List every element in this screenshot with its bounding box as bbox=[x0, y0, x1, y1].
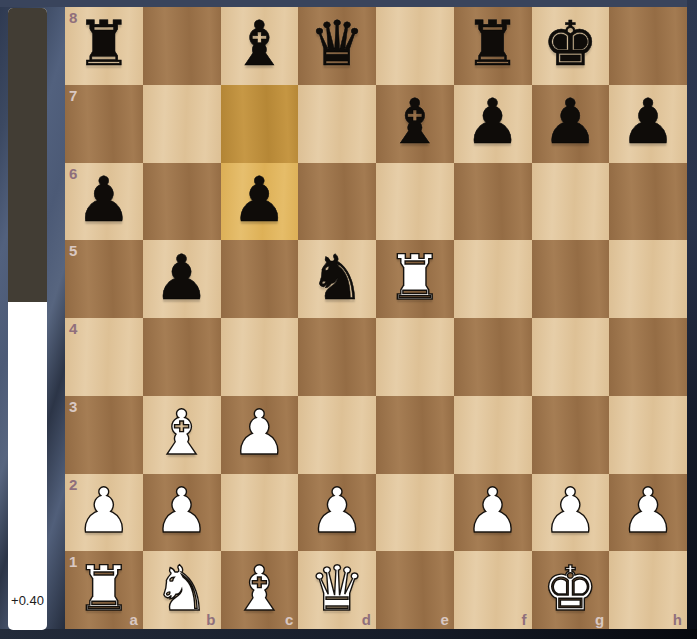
square-h3[interactable] bbox=[609, 396, 687, 474]
piece-white-pawn[interactable]: ♟ bbox=[543, 472, 599, 549]
square-f3[interactable] bbox=[454, 396, 532, 474]
square-e3[interactable] bbox=[376, 396, 454, 474]
square-d5[interactable]: ♞ bbox=[298, 240, 376, 318]
piece-black-pawn[interactable]: ♟ bbox=[76, 161, 132, 238]
square-h7[interactable]: ♟ bbox=[609, 85, 687, 163]
piece-black-pawn[interactable]: ♟ bbox=[543, 83, 599, 160]
square-g3[interactable] bbox=[532, 396, 610, 474]
square-c4[interactable] bbox=[221, 318, 299, 396]
square-a3[interactable]: 3 bbox=[65, 396, 143, 474]
piece-black-king[interactable]: ♚ bbox=[543, 5, 599, 82]
square-h5[interactable] bbox=[609, 240, 687, 318]
background-art-bottom bbox=[0, 629, 697, 639]
square-h6[interactable] bbox=[609, 163, 687, 241]
file-label-f: f bbox=[522, 611, 527, 628]
rank-label-5: 5 bbox=[69, 242, 77, 259]
piece-black-knight[interactable]: ♞ bbox=[309, 239, 365, 316]
file-label-e: e bbox=[440, 611, 448, 628]
square-g5[interactable] bbox=[532, 240, 610, 318]
piece-white-pawn[interactable]: ♟ bbox=[76, 472, 132, 549]
piece-black-bishop[interactable]: ♝ bbox=[232, 5, 288, 82]
square-c1[interactable]: c♝ bbox=[221, 551, 299, 629]
app-window: +0.40 8♜♝♛♜♚7♝♟♟♟6♟♟5♟♞♜43♝♟2♟♟♟♟♟♟1a♜b♞… bbox=[0, 0, 697, 639]
square-d3[interactable] bbox=[298, 396, 376, 474]
eval-gauge: +0.40 bbox=[8, 8, 47, 630]
piece-white-pawn[interactable]: ♟ bbox=[232, 394, 288, 471]
square-b1[interactable]: b♞ bbox=[143, 551, 221, 629]
square-f4[interactable] bbox=[454, 318, 532, 396]
square-d1[interactable]: d♛ bbox=[298, 551, 376, 629]
square-c2[interactable] bbox=[221, 474, 299, 552]
rank-label-3: 3 bbox=[69, 398, 77, 415]
piece-white-bishop[interactable]: ♝ bbox=[154, 394, 210, 471]
square-a5[interactable]: 5 bbox=[65, 240, 143, 318]
square-g8[interactable]: ♚ bbox=[532, 7, 610, 85]
square-b6[interactable] bbox=[143, 163, 221, 241]
piece-white-bishop[interactable]: ♝ bbox=[232, 550, 288, 627]
background-art-right bbox=[687, 0, 697, 639]
eval-score: +0.40 bbox=[8, 593, 47, 608]
square-f2[interactable]: ♟ bbox=[454, 474, 532, 552]
square-d8[interactable]: ♛ bbox=[298, 7, 376, 85]
square-c3[interactable]: ♟ bbox=[221, 396, 299, 474]
square-b4[interactable] bbox=[143, 318, 221, 396]
rank-label-4: 4 bbox=[69, 320, 77, 337]
square-d2[interactable]: ♟ bbox=[298, 474, 376, 552]
square-e5[interactable]: ♜ bbox=[376, 240, 454, 318]
square-c6[interactable]: ♟ bbox=[221, 163, 299, 241]
square-d7[interactable] bbox=[298, 85, 376, 163]
square-e1[interactable]: e bbox=[376, 551, 454, 629]
square-a4[interactable]: 4 bbox=[65, 318, 143, 396]
square-a2[interactable]: 2♟ bbox=[65, 474, 143, 552]
piece-white-king[interactable]: ♚ bbox=[543, 550, 599, 627]
square-f5[interactable] bbox=[454, 240, 532, 318]
piece-black-bishop[interactable]: ♝ bbox=[387, 83, 443, 160]
piece-white-rook[interactable]: ♜ bbox=[76, 550, 132, 627]
piece-white-pawn[interactable]: ♟ bbox=[465, 472, 521, 549]
square-h1[interactable]: h bbox=[609, 551, 687, 629]
piece-black-rook[interactable]: ♜ bbox=[76, 5, 132, 82]
square-g6[interactable] bbox=[532, 163, 610, 241]
square-b5[interactable]: ♟ bbox=[143, 240, 221, 318]
square-f6[interactable] bbox=[454, 163, 532, 241]
piece-black-queen[interactable]: ♛ bbox=[309, 5, 365, 82]
eval-gauge-black-section bbox=[8, 8, 47, 302]
square-g2[interactable]: ♟ bbox=[532, 474, 610, 552]
square-a8[interactable]: 8♜ bbox=[65, 7, 143, 85]
piece-black-pawn[interactable]: ♟ bbox=[465, 83, 521, 160]
square-c5[interactable] bbox=[221, 240, 299, 318]
piece-white-rook[interactable]: ♜ bbox=[387, 239, 443, 316]
piece-white-queen[interactable]: ♛ bbox=[309, 550, 365, 627]
square-e8[interactable] bbox=[376, 7, 454, 85]
square-b2[interactable]: ♟ bbox=[143, 474, 221, 552]
square-d4[interactable] bbox=[298, 318, 376, 396]
square-b8[interactable] bbox=[143, 7, 221, 85]
square-f7[interactable]: ♟ bbox=[454, 85, 532, 163]
square-h8[interactable] bbox=[609, 7, 687, 85]
square-e6[interactable] bbox=[376, 163, 454, 241]
square-b7[interactable] bbox=[143, 85, 221, 163]
square-a6[interactable]: 6♟ bbox=[65, 163, 143, 241]
square-f1[interactable]: f bbox=[454, 551, 532, 629]
square-f8[interactable]: ♜ bbox=[454, 7, 532, 85]
square-g4[interactable] bbox=[532, 318, 610, 396]
square-g7[interactable]: ♟ bbox=[532, 85, 610, 163]
piece-white-pawn[interactable]: ♟ bbox=[309, 472, 365, 549]
piece-black-pawn[interactable]: ♟ bbox=[154, 239, 210, 316]
square-e7[interactable]: ♝ bbox=[376, 85, 454, 163]
square-h4[interactable] bbox=[609, 318, 687, 396]
chess-board: 8♜♝♛♜♚7♝♟♟♟6♟♟5♟♞♜43♝♟2♟♟♟♟♟♟1a♜b♞c♝d♛ef… bbox=[65, 7, 687, 629]
piece-white-knight[interactable]: ♞ bbox=[154, 550, 210, 627]
square-g1[interactable]: g♚ bbox=[532, 551, 610, 629]
piece-black-rook[interactable]: ♜ bbox=[465, 5, 521, 82]
square-e4[interactable] bbox=[376, 318, 454, 396]
square-a7[interactable]: 7 bbox=[65, 85, 143, 163]
square-h2[interactable]: ♟ bbox=[609, 474, 687, 552]
square-b3[interactable]: ♝ bbox=[143, 396, 221, 474]
square-c8[interactable]: ♝ bbox=[221, 7, 299, 85]
square-c7[interactable] bbox=[221, 85, 299, 163]
square-e2[interactable] bbox=[376, 474, 454, 552]
file-label-h: h bbox=[673, 611, 682, 628]
piece-black-pawn[interactable]: ♟ bbox=[232, 161, 288, 238]
square-a1[interactable]: 1a♜ bbox=[65, 551, 143, 629]
piece-white-pawn[interactable]: ♟ bbox=[620, 472, 676, 549]
rank-label-7: 7 bbox=[69, 87, 77, 104]
piece-black-pawn[interactable]: ♟ bbox=[620, 83, 676, 160]
piece-white-pawn[interactable]: ♟ bbox=[154, 472, 210, 549]
square-d6[interactable] bbox=[298, 163, 376, 241]
